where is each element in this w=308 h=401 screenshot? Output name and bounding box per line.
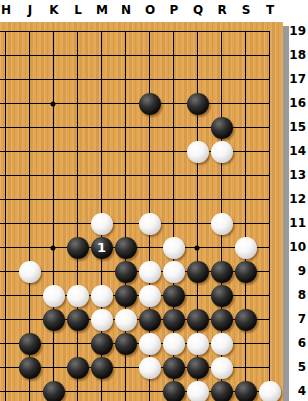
stone-black-K7[interactable] <box>43 309 65 331</box>
stone-black-L10[interactable] <box>67 237 89 259</box>
stone-white-M7[interactable] <box>91 309 113 331</box>
stone-white-Q4[interactable] <box>187 381 209 401</box>
row-label-10: 10 <box>286 239 306 255</box>
stone-black-R15[interactable] <box>211 117 233 139</box>
row-label-6: 6 <box>286 335 306 351</box>
row-label-9: 9 <box>286 263 306 279</box>
column-label-R: R <box>217 2 226 18</box>
stone-black-N6[interactable] <box>115 333 137 355</box>
row-label-8: 8 <box>286 287 306 303</box>
stone-white-O11[interactable] <box>139 213 161 235</box>
stone-black-S4[interactable] <box>235 381 257 401</box>
column-label-Q: Q <box>193 2 203 18</box>
stone-black-J5[interactable] <box>19 357 41 379</box>
stone-white-R11[interactable] <box>211 213 233 235</box>
grid-line-vertical-K <box>53 31 54 401</box>
stone-white-O5[interactable] <box>139 357 161 379</box>
row-label-16: 16 <box>286 95 306 111</box>
row-label-14: 14 <box>286 143 306 159</box>
stone-white-M11[interactable] <box>91 213 113 235</box>
stone-black-M5[interactable] <box>91 357 113 379</box>
column-label-N: N <box>121 2 131 18</box>
column-label-K: K <box>49 2 58 18</box>
stone-white-P6[interactable] <box>163 333 185 355</box>
grid-line-horizontal-12 <box>0 199 270 200</box>
stone-black-S7[interactable] <box>235 309 257 331</box>
row-label-5: 5 <box>286 359 306 375</box>
grid-line-vertical-S <box>245 31 246 401</box>
grid-line-horizontal-17 <box>0 79 270 80</box>
stone-black-L5[interactable] <box>67 357 89 379</box>
stone-black-Q7[interactable] <box>187 309 209 331</box>
stone-white-S10[interactable] <box>235 237 257 259</box>
go-board-diagram: 1 HJKLMNOPQRST 1918171615141312111098765… <box>0 0 308 401</box>
column-label-P: P <box>170 2 179 18</box>
column-label-H: H <box>1 2 11 18</box>
stone-black-M6[interactable] <box>91 333 113 355</box>
stone-black-P8[interactable] <box>163 285 185 307</box>
stone-white-O9[interactable] <box>139 261 161 283</box>
stone-black-S9[interactable] <box>235 261 257 283</box>
stone-white-Q14[interactable] <box>187 141 209 163</box>
stone-white-R6[interactable] <box>211 333 233 355</box>
row-label-13: 13 <box>286 167 306 183</box>
stone-black-Q5[interactable] <box>187 357 209 379</box>
stone-black-N9[interactable] <box>115 261 137 283</box>
star-point-K16 <box>51 101 56 106</box>
star-point-K10 <box>51 245 56 250</box>
row-label-12: 12 <box>286 191 306 207</box>
row-label-15: 15 <box>286 119 306 135</box>
stone-black-P4[interactable] <box>163 381 185 401</box>
stone-white-L8[interactable] <box>67 285 89 307</box>
stone-black-N8[interactable] <box>115 285 137 307</box>
stone-black-J6[interactable] <box>19 333 41 355</box>
stone-black-O16[interactable] <box>139 93 161 115</box>
stone-black-M10[interactable]: 1 <box>91 237 113 259</box>
stone-white-R14[interactable] <box>211 141 233 163</box>
column-label-M: M <box>96 2 108 18</box>
row-label-18: 18 <box>286 47 306 63</box>
row-label-7: 7 <box>286 311 306 327</box>
stone-black-R7[interactable] <box>211 309 233 331</box>
stone-black-Q9[interactable] <box>187 261 209 283</box>
column-label-O: O <box>145 2 155 18</box>
stone-black-Q16[interactable] <box>187 93 209 115</box>
column-label-T: T <box>266 2 274 18</box>
star-point-Q10 <box>195 245 200 250</box>
grid-line-horizontal-16 <box>0 103 270 104</box>
stone-white-N7[interactable] <box>115 309 137 331</box>
grid-line-vertical-H <box>5 31 6 401</box>
stone-white-O6[interactable] <box>139 333 161 355</box>
go-board[interactable]: 1 <box>0 22 283 401</box>
stone-black-P5[interactable] <box>163 357 185 379</box>
column-label-S: S <box>242 2 251 18</box>
stone-white-Q6[interactable] <box>187 333 209 355</box>
stone-white-K8[interactable] <box>43 285 65 307</box>
stone-black-L7[interactable] <box>67 309 89 331</box>
stone-black-P7[interactable] <box>163 309 185 331</box>
stone-black-O7[interactable] <box>139 309 161 331</box>
stone-black-K4[interactable] <box>43 381 65 401</box>
stone-white-P10[interactable] <box>163 237 185 259</box>
stone-black-N10[interactable] <box>115 237 137 259</box>
stone-white-J9[interactable] <box>19 261 41 283</box>
grid-line-horizontal-13 <box>0 175 270 176</box>
column-label-J: J <box>28 2 32 18</box>
row-label-17: 17 <box>286 71 306 87</box>
stone-white-R5[interactable] <box>211 357 233 379</box>
stone-white-T4[interactable] <box>259 381 281 401</box>
grid-line-horizontal-18 <box>0 55 270 56</box>
column-label-L: L <box>74 2 82 18</box>
stone-black-R9[interactable] <box>211 261 233 283</box>
row-label-11: 11 <box>286 215 306 231</box>
grid-line-horizontal-19 <box>0 31 270 32</box>
grid-line-vertical-T <box>269 31 270 401</box>
move-number-label: 1 <box>97 241 106 254</box>
stone-black-R8[interactable] <box>211 285 233 307</box>
stone-white-P9[interactable] <box>163 261 185 283</box>
stone-white-M8[interactable] <box>91 285 113 307</box>
row-label-19: 19 <box>286 23 306 39</box>
row-label-4: 4 <box>286 383 306 399</box>
stone-black-R4[interactable] <box>211 381 233 401</box>
stone-white-O8[interactable] <box>139 285 161 307</box>
grid-line-vertical-L <box>77 31 78 401</box>
